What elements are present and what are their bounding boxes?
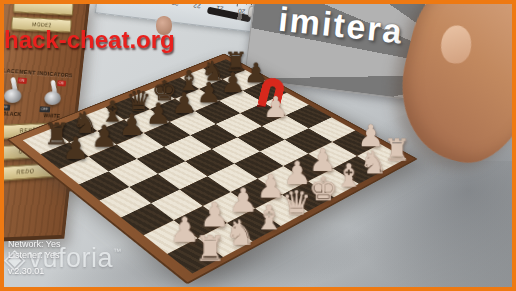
card-brand-logo: imitera — [277, 0, 406, 52]
square-h3[interactable] — [309, 117, 356, 142]
off-label: OFF — [39, 106, 50, 112]
ar-chess-screen: 262524232221201918 imitera MODE2 PLACEME… — [0, 0, 516, 291]
switch-base — [3, 89, 22, 104]
switch-base — [43, 91, 61, 105]
black-switch-label: BLACK — [2, 110, 22, 117]
hack-cheat-watermark: hack-cheat.org — [4, 26, 175, 54]
off-label: OFF — [0, 104, 10, 110]
panel-top-button-1[interactable] — [13, 0, 74, 16]
white-indicator-switch[interactable]: ON OFF — [41, 82, 66, 110]
trademark-symbol: ™ — [113, 247, 121, 256]
white-rook-a1[interactable]: ♜ — [190, 231, 230, 266]
black-pawn-a7[interactable]: ♟ — [58, 133, 93, 164]
listener-status: Listener: Yes — [8, 250, 60, 260]
on-label: ON — [57, 80, 66, 86]
thumb-nail — [440, 24, 473, 64]
black-indicator-switch[interactable]: ON OFF — [0, 79, 27, 108]
square-f5[interactable] — [216, 113, 262, 137]
network-status: Network: Yes — [8, 239, 61, 249]
version-label: v.2.30.01 — [8, 266, 44, 276]
on-label: ON — [17, 77, 27, 83]
white-pawn-g5[interactable]: ♟ — [260, 93, 293, 122]
